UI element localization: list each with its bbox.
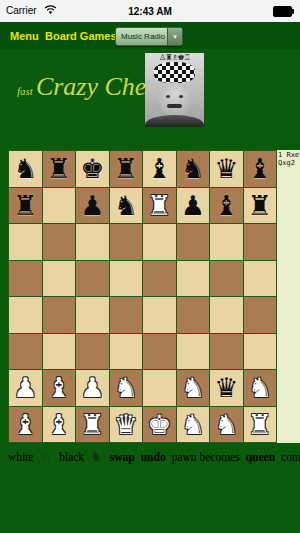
square-h1[interactable]: ♜ bbox=[244, 407, 277, 443]
square-h5[interactable] bbox=[244, 261, 277, 297]
black-rook: ♜ bbox=[248, 192, 272, 219]
square-d2[interactable]: ♞ bbox=[110, 370, 143, 406]
move-entry: Qxg2 bbox=[278, 159, 300, 167]
square-g1[interactable]: ♞ bbox=[210, 407, 243, 443]
square-g6[interactable] bbox=[210, 224, 243, 260]
white-king: ♚ bbox=[147, 411, 171, 438]
square-g7[interactable]: ♝ bbox=[210, 188, 243, 224]
black-bishop: ♝ bbox=[147, 155, 171, 182]
square-c3[interactable] bbox=[76, 334, 109, 370]
square-e1[interactable]: ♚ bbox=[143, 407, 176, 443]
square-g5[interactable] bbox=[210, 261, 243, 297]
white-knight-icon[interactable]: ♘ bbox=[40, 449, 52, 464]
square-a7[interactable]: ♜ bbox=[9, 188, 42, 224]
square-c5[interactable] bbox=[76, 261, 109, 297]
face bbox=[159, 82, 190, 116]
white-queen: ♛ bbox=[114, 411, 138, 438]
white-bishop: ♝ bbox=[47, 411, 71, 438]
square-a5[interactable] bbox=[9, 261, 42, 297]
square-b8[interactable]: ♜ bbox=[43, 151, 76, 187]
move-list-panel: 1 Rxe7 Qxg2 bbox=[277, 150, 300, 443]
square-e3[interactable] bbox=[143, 334, 176, 370]
eye bbox=[179, 95, 183, 98]
square-f3[interactable] bbox=[177, 334, 210, 370]
square-g4[interactable] bbox=[210, 297, 243, 333]
hat-pieces-decoration: ♙♜♗♚♖ bbox=[145, 54, 204, 62]
square-h7[interactable]: ♜ bbox=[244, 188, 277, 224]
square-c6[interactable] bbox=[76, 224, 109, 260]
white-rook: ♜ bbox=[248, 411, 272, 438]
square-e7[interactable]: ♜ bbox=[143, 188, 176, 224]
black-knight: ♞ bbox=[13, 155, 37, 182]
white-bishop: ♝ bbox=[47, 374, 71, 401]
square-f4[interactable] bbox=[177, 297, 210, 333]
black-queen: ♛ bbox=[214, 374, 238, 401]
square-f8[interactable]: ♞ bbox=[177, 151, 210, 187]
black-bishop: ♝ bbox=[214, 192, 238, 219]
black-pawn: ♟ bbox=[80, 192, 104, 219]
eye bbox=[166, 95, 170, 98]
shirt bbox=[145, 115, 204, 127]
chevron-down-icon: ▼ bbox=[172, 34, 178, 40]
pawn-becomes-label: pawn becomes bbox=[172, 451, 240, 463]
square-h8[interactable]: ♝ bbox=[244, 151, 277, 187]
square-d3[interactable] bbox=[110, 334, 143, 370]
square-b3[interactable] bbox=[43, 334, 76, 370]
square-b2[interactable]: ♝ bbox=[43, 370, 76, 406]
square-a3[interactable] bbox=[9, 334, 42, 370]
square-c2[interactable]: ♟ bbox=[76, 370, 109, 406]
square-e2[interactable] bbox=[143, 370, 176, 406]
square-f7[interactable]: ♟ bbox=[177, 188, 210, 224]
square-f1[interactable]: ♞ bbox=[177, 407, 210, 443]
menu-link[interactable]: Menu bbox=[10, 30, 39, 42]
black-rook: ♜ bbox=[47, 155, 71, 182]
square-f5[interactable] bbox=[177, 261, 210, 297]
black-rook: ♜ bbox=[13, 192, 37, 219]
battery-icon bbox=[273, 6, 292, 17]
square-h2[interactable]: ♞ bbox=[244, 370, 277, 406]
move-entry: 1 Rxe7 bbox=[278, 151, 300, 159]
square-b4[interactable] bbox=[43, 297, 76, 333]
music-radio-select[interactable]: Music Radio ▼ bbox=[115, 27, 183, 46]
white-knight: ♞ bbox=[248, 374, 272, 401]
nav-header: Menu Board Games Music Radio ▼ bbox=[0, 22, 300, 49]
square-b6[interactable] bbox=[43, 224, 76, 260]
square-e4[interactable] bbox=[143, 297, 176, 333]
white-pawn: ♟ bbox=[80, 374, 104, 401]
square-c8[interactable]: ♚ bbox=[76, 151, 109, 187]
black-king: ♚ bbox=[80, 155, 104, 182]
black-rook: ♜ bbox=[114, 155, 138, 182]
square-b1[interactable]: ♝ bbox=[43, 407, 76, 443]
square-a4[interactable] bbox=[9, 297, 42, 333]
status-bar: Carrier 12:43 AM bbox=[0, 0, 300, 22]
chess-board[interactable]: ♞♜♚♜♝♞♛♝♜♟♞♜♟♝♜♟♝♟♞♞♛♞♝♝♜♛♚♞♞♜ bbox=[8, 150, 277, 443]
black-queen: ♛ bbox=[214, 155, 238, 182]
square-h3[interactable] bbox=[244, 334, 277, 370]
square-h4[interactable] bbox=[244, 297, 277, 333]
black-knight: ♞ bbox=[114, 192, 138, 219]
white-bishop: ♝ bbox=[13, 411, 37, 438]
square-a1[interactable]: ♝ bbox=[9, 407, 42, 443]
square-e5[interactable] bbox=[143, 261, 176, 297]
square-a2[interactable]: ♟ bbox=[9, 370, 42, 406]
white-knight: ♞ bbox=[181, 411, 205, 438]
square-b7[interactable] bbox=[43, 188, 76, 224]
white-rook: ♜ bbox=[80, 411, 104, 438]
square-d4[interactable] bbox=[110, 297, 143, 333]
music-radio-select-value: Music Radio bbox=[116, 32, 167, 41]
square-g2[interactable]: ♛ bbox=[210, 370, 243, 406]
undo-button[interactable]: undo bbox=[141, 451, 166, 463]
square-c1[interactable]: ♜ bbox=[76, 407, 109, 443]
white-pawn: ♟ bbox=[13, 374, 37, 401]
board-games-link[interactable]: Board Games bbox=[45, 30, 117, 42]
square-e6[interactable] bbox=[143, 224, 176, 260]
chess-king-photo: ♙♜♗♚♖ bbox=[145, 53, 204, 127]
black-bishop: ♝ bbox=[248, 155, 272, 182]
white-knight: ♞ bbox=[114, 374, 138, 401]
square-d5[interactable] bbox=[110, 261, 143, 297]
square-a6[interactable] bbox=[9, 224, 42, 260]
computer-level-label: computer level: bbox=[281, 451, 300, 463]
promotion-piece-button[interactable]: queen bbox=[246, 451, 275, 463]
square-g3[interactable] bbox=[210, 334, 243, 370]
square-d8[interactable]: ♜ bbox=[110, 151, 143, 187]
mustache bbox=[167, 104, 182, 108]
game-controls: white♘black♞swapundopawn becomesqueencom… bbox=[8, 449, 300, 465]
swap-button[interactable]: swap bbox=[110, 451, 135, 463]
square-d7[interactable]: ♞ bbox=[110, 188, 143, 224]
select-dropdown-button[interactable]: ▼ bbox=[167, 28, 182, 45]
square-c4[interactable] bbox=[76, 297, 109, 333]
square-d1[interactable]: ♛ bbox=[110, 407, 143, 443]
title-prefix: fast bbox=[17, 85, 33, 97]
black-knight-icon[interactable]: ♞ bbox=[90, 449, 102, 464]
white-label: white bbox=[8, 451, 34, 463]
square-f6[interactable] bbox=[177, 224, 210, 260]
square-g8[interactable]: ♛ bbox=[210, 151, 243, 187]
white-rook: ♜ bbox=[147, 192, 171, 219]
square-c7[interactable]: ♟ bbox=[76, 188, 109, 224]
square-e8[interactable]: ♝ bbox=[143, 151, 176, 187]
square-f2[interactable]: ♞ bbox=[177, 370, 210, 406]
square-h6[interactable] bbox=[244, 224, 277, 260]
square-a8[interactable]: ♞ bbox=[9, 151, 42, 187]
clock: 12:43 AM bbox=[0, 6, 300, 17]
black-label: black bbox=[59, 451, 84, 463]
black-pawn: ♟ bbox=[181, 192, 205, 219]
square-b5[interactable] bbox=[43, 261, 76, 297]
checkerboard-hat bbox=[154, 62, 195, 83]
white-knight: ♞ bbox=[181, 374, 205, 401]
black-knight: ♞ bbox=[181, 155, 205, 182]
white-knight: ♞ bbox=[214, 411, 238, 438]
square-d6[interactable] bbox=[110, 224, 143, 260]
